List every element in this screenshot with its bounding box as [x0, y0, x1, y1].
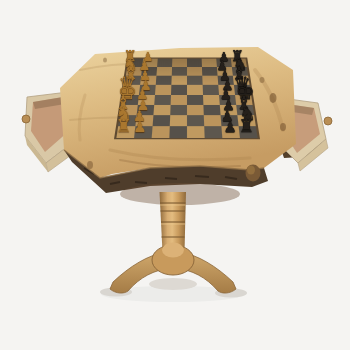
square-e4[interactable]: [187, 95, 203, 105]
square-f5[interactable]: [203, 85, 219, 95]
square-c8[interactable]: [157, 59, 172, 67]
square-f6[interactable]: [202, 76, 218, 85]
square-c4[interactable]: [154, 95, 171, 105]
piece-black-rook-h1[interactable]: ♜: [239, 118, 255, 135]
square-f4[interactable]: [203, 95, 220, 105]
square-f7[interactable]: [202, 67, 218, 76]
base-hub-knob: [162, 243, 184, 258]
square-e7[interactable]: [187, 67, 202, 76]
square-c7[interactable]: [156, 67, 172, 76]
square-d5[interactable]: [171, 85, 187, 95]
square-d1[interactable]: [169, 126, 187, 138]
right-drawer-knob: [324, 117, 332, 125]
left-drawer-knob: [22, 115, 30, 123]
square-f3[interactable]: [203, 105, 220, 116]
square-d2[interactable]: [170, 115, 187, 126]
square-f2[interactable]: [204, 115, 222, 126]
square-e1[interactable]: [187, 126, 205, 138]
square-e2[interactable]: [187, 115, 204, 126]
square-f8[interactable]: [202, 59, 217, 67]
square-e3[interactable]: [187, 105, 204, 116]
square-c6[interactable]: [156, 76, 172, 85]
square-c3[interactable]: [153, 105, 170, 116]
square-c5[interactable]: [155, 85, 171, 95]
piece-white-pawn-b1[interactable]: ♟: [133, 121, 146, 136]
product-photo: ♜♟♟♜♞♟♟♞♝♟♟♝♛♟♟♛♚♟♟♚♝♟♟♝♞♟♟♞♜♟♟♜: [0, 0, 350, 350]
square-c2[interactable]: [153, 115, 171, 126]
square-e8[interactable]: [187, 59, 202, 67]
front-knob: [246, 165, 261, 182]
piece-black-pawn-g1[interactable]: ♟: [223, 121, 236, 136]
square-d3[interactable]: [170, 105, 187, 116]
square-f1[interactable]: [204, 126, 222, 138]
square-c1[interactable]: [152, 126, 170, 138]
piece-white-rook-a1[interactable]: ♜: [116, 118, 132, 135]
square-d6[interactable]: [171, 76, 187, 85]
square-d4[interactable]: [171, 95, 187, 105]
square-d8[interactable]: [172, 59, 187, 67]
table-illustration: [0, 0, 350, 350]
square-e5[interactable]: [187, 85, 203, 95]
square-e6[interactable]: [187, 76, 203, 85]
square-d7[interactable]: [172, 67, 187, 76]
